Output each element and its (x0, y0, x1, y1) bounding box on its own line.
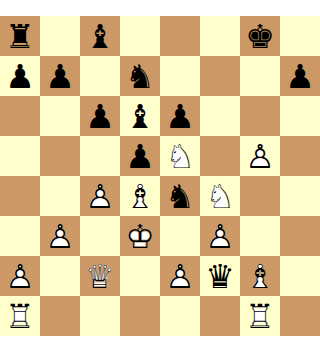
square-h5[interactable] (280, 136, 320, 176)
square-d1[interactable] (120, 296, 160, 336)
square-d5[interactable]: ♟ (120, 136, 160, 176)
square-c3[interactable] (80, 216, 120, 256)
square-e3[interactable] (160, 216, 200, 256)
square-e5[interactable]: ♞♘ (160, 136, 200, 176)
square-g7[interactable] (240, 56, 280, 96)
status-bar: 1... ? (0, 336, 320, 360)
chess-board: ♜♝♚♟♟♞♟♟♝♟♟♞♘♟♙♟♙♝♗♞♞♘♟♙♚♔♟♙♟♙♛♕♟♙♛♝♗♜♖♜… (0, 16, 320, 336)
square-c4[interactable]: ♟♙ (80, 176, 120, 216)
square-e7[interactable] (160, 56, 200, 96)
puzzle-window: BWTC.0205 ♜♝♚♟♟♞♟♟♝♟♟♞♘♟♙♟♙♝♗♞♞♘♟♙♚♔♟♙♟♙… (0, 0, 320, 360)
black-bishop-d6[interactable]: ♝ (120, 96, 160, 136)
square-b4[interactable] (40, 176, 80, 216)
square-a4[interactable] (0, 176, 40, 216)
white-rook-g1[interactable]: ♜♖ (240, 296, 280, 336)
black-queen-f2[interactable]: ♛ (200, 256, 240, 296)
square-e6[interactable]: ♟ (160, 96, 200, 136)
square-a3[interactable] (0, 216, 40, 256)
white-knight-e5[interactable]: ♞♘ (160, 136, 200, 176)
square-c1[interactable] (80, 296, 120, 336)
square-a5[interactable] (0, 136, 40, 176)
square-g1[interactable]: ♜♖ (240, 296, 280, 336)
white-pawn-a2[interactable]: ♟♙ (0, 256, 40, 296)
white-king-d3[interactable]: ♚♔ (120, 216, 160, 256)
black-pawn-h7[interactable]: ♟ (280, 56, 320, 96)
black-pawn-e6[interactable]: ♟ (160, 96, 200, 136)
white-knight-f4[interactable]: ♞♘ (200, 176, 240, 216)
black-pawn-d5[interactable]: ♟ (120, 136, 160, 176)
white-bishop-d4[interactable]: ♝♗ (120, 176, 160, 216)
white-queen-c2[interactable]: ♛♕ (80, 256, 120, 296)
square-e8[interactable] (160, 16, 200, 56)
square-f8[interactable] (200, 16, 240, 56)
square-a1[interactable]: ♜♖ (0, 296, 40, 336)
black-knight-d7[interactable]: ♞ (120, 56, 160, 96)
square-h6[interactable] (280, 96, 320, 136)
square-a6[interactable] (0, 96, 40, 136)
square-d7[interactable]: ♞ (120, 56, 160, 96)
square-d3[interactable]: ♚♔ (120, 216, 160, 256)
white-rook-a1[interactable]: ♜♖ (0, 296, 40, 336)
black-knight-e4[interactable]: ♞ (160, 176, 200, 216)
square-g3[interactable] (240, 216, 280, 256)
square-d2[interactable] (120, 256, 160, 296)
square-f5[interactable] (200, 136, 240, 176)
square-h2[interactable] (280, 256, 320, 296)
black-king-g8[interactable]: ♚ (240, 16, 280, 56)
white-pawn-c4[interactable]: ♟♙ (80, 176, 120, 216)
square-g2[interactable]: ♝♗ (240, 256, 280, 296)
square-g6[interactable] (240, 96, 280, 136)
white-pawn-e2[interactable]: ♟♙ (160, 256, 200, 296)
title-bar: BWTC.0205 (0, 0, 320, 16)
square-b8[interactable] (40, 16, 80, 56)
square-h4[interactable] (280, 176, 320, 216)
white-pawn-b3[interactable]: ♟♙ (40, 216, 80, 256)
square-d6[interactable]: ♝ (120, 96, 160, 136)
square-b6[interactable] (40, 96, 80, 136)
square-h1[interactable] (280, 296, 320, 336)
square-f7[interactable] (200, 56, 240, 96)
square-c7[interactable] (80, 56, 120, 96)
square-f6[interactable] (200, 96, 240, 136)
square-a7[interactable]: ♟ (0, 56, 40, 96)
square-b2[interactable] (40, 256, 80, 296)
square-h3[interactable] (280, 216, 320, 256)
black-pawn-c6[interactable]: ♟ (80, 96, 120, 136)
square-f1[interactable] (200, 296, 240, 336)
square-g5[interactable]: ♟♙ (240, 136, 280, 176)
square-e2[interactable]: ♟♙ (160, 256, 200, 296)
square-a2[interactable]: ♟♙ (0, 256, 40, 296)
square-e1[interactable] (160, 296, 200, 336)
square-c6[interactable]: ♟ (80, 96, 120, 136)
square-g4[interactable] (240, 176, 280, 216)
square-e4[interactable]: ♞ (160, 176, 200, 216)
black-pawn-a7[interactable]: ♟ (0, 56, 40, 96)
square-d4[interactable]: ♝♗ (120, 176, 160, 216)
square-f3[interactable]: ♟♙ (200, 216, 240, 256)
white-pawn-g5[interactable]: ♟♙ (240, 136, 280, 176)
square-f2[interactable]: ♛ (200, 256, 240, 296)
square-h8[interactable] (280, 16, 320, 56)
square-b5[interactable] (40, 136, 80, 176)
black-pawn-b7[interactable]: ♟ (40, 56, 80, 96)
square-b7[interactable]: ♟ (40, 56, 80, 96)
square-c8[interactable]: ♝ (80, 16, 120, 56)
black-rook-a8[interactable]: ♜ (0, 16, 40, 56)
square-d8[interactable] (120, 16, 160, 56)
square-f4[interactable]: ♞♘ (200, 176, 240, 216)
square-b3[interactable]: ♟♙ (40, 216, 80, 256)
square-g8[interactable]: ♚ (240, 16, 280, 56)
square-a8[interactable]: ♜ (0, 16, 40, 56)
white-pawn-f3[interactable]: ♟♙ (200, 216, 240, 256)
square-b1[interactable] (40, 296, 80, 336)
square-c5[interactable] (80, 136, 120, 176)
square-h7[interactable]: ♟ (280, 56, 320, 96)
square-c2[interactable]: ♛♕ (80, 256, 120, 296)
black-bishop-c8[interactable]: ♝ (80, 16, 120, 56)
white-bishop-g2[interactable]: ♝♗ (240, 256, 280, 296)
